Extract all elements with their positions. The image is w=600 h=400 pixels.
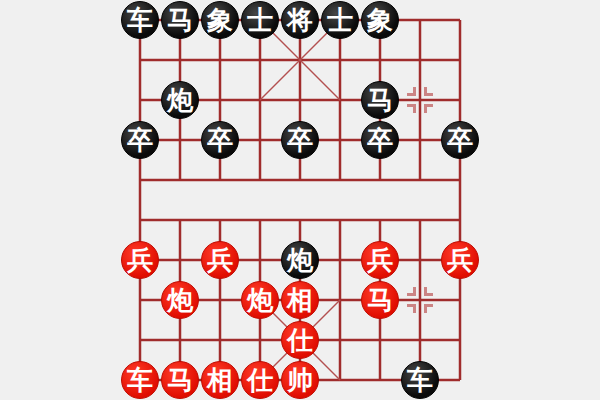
xiangqi-screenshot: 车马象士将士象炮马卒卒卒卒卒炮车兵兵兵兵炮炮相马仕车马相仕帅 — [0, 0, 600, 400]
piece-red-advisor[interactable]: 仕 — [241, 361, 279, 399]
piece-red-elephant[interactable]: 相 — [201, 361, 239, 399]
piece-black-chariot[interactable]: 车 — [121, 1, 159, 39]
piece-red-soldier[interactable]: 兵 — [441, 241, 479, 279]
piece-black-soldier[interactable]: 卒 — [201, 121, 239, 159]
piece-black-soldier[interactable]: 卒 — [121, 121, 159, 159]
piece-black-horse[interactable]: 马 — [161, 1, 199, 39]
piece-black-chariot[interactable]: 车 — [401, 361, 439, 399]
piece-red-horse[interactable]: 马 — [161, 361, 199, 399]
piece-red-elephant[interactable]: 相 — [281, 281, 319, 319]
piece-red-general[interactable]: 帅 — [281, 361, 319, 399]
piece-black-soldier[interactable]: 卒 — [441, 121, 479, 159]
piece-black-cannon[interactable]: 炮 — [281, 241, 319, 279]
piece-black-elephant[interactable]: 象 — [361, 1, 399, 39]
piece-red-soldier[interactable]: 兵 — [121, 241, 159, 279]
piece-black-general[interactable]: 将 — [281, 1, 319, 39]
piece-red-soldier[interactable]: 兵 — [201, 241, 239, 279]
piece-red-soldier[interactable]: 兵 — [361, 241, 399, 279]
piece-red-chariot[interactable]: 车 — [121, 361, 159, 399]
piece-black-horse[interactable]: 马 — [361, 81, 399, 119]
piece-black-advisor[interactable]: 士 — [321, 1, 359, 39]
piece-red-horse[interactable]: 马 — [361, 281, 399, 319]
piece-red-cannon[interactable]: 炮 — [241, 281, 279, 319]
piece-black-advisor[interactable]: 士 — [241, 1, 279, 39]
piece-black-soldier[interactable]: 卒 — [281, 121, 319, 159]
piece-black-elephant[interactable]: 象 — [201, 1, 239, 39]
piece-black-cannon[interactable]: 炮 — [161, 81, 199, 119]
piece-red-advisor[interactable]: 仕 — [281, 321, 319, 359]
piece-black-soldier[interactable]: 卒 — [361, 121, 399, 159]
piece-red-cannon[interactable]: 炮 — [161, 281, 199, 319]
xiangqi-board[interactable]: 车马象士将士象炮马卒卒卒卒卒炮车兵兵兵兵炮炮相马仕车马相仕帅 — [0, 0, 600, 400]
